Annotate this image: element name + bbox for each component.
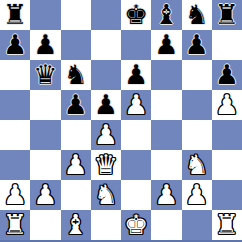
square-c7[interactable] — [61, 30, 91, 60]
piece-white-pawn[interactable]: ♟ — [124, 91, 148, 118]
piece-white-pawn[interactable]: ♟ — [3, 181, 27, 208]
square-d2[interactable]: ♞ — [91, 180, 121, 210]
square-a8[interactable]: ♜ — [0, 0, 30, 30]
piece-white-rook[interactable]: ♜ — [3, 211, 27, 238]
piece-black-pawn[interactable]: ♟ — [64, 91, 88, 118]
square-e1[interactable]: ♚ — [121, 210, 151, 240]
piece-black-rook[interactable]: ♜ — [3, 1, 27, 28]
square-h1[interactable]: ♜ — [212, 210, 242, 240]
square-g5[interactable] — [182, 90, 212, 120]
square-f1[interactable] — [151, 210, 181, 240]
square-b6[interactable]: ♛ — [30, 60, 60, 90]
piece-white-pawn[interactable]: ♟ — [215, 91, 239, 118]
piece-black-bishop[interactable]: ♝ — [154, 1, 178, 28]
square-f8[interactable]: ♝ — [151, 0, 181, 30]
square-a7[interactable]: ♟ — [0, 30, 30, 60]
piece-black-pawn[interactable]: ♟ — [154, 31, 178, 58]
piece-white-pawn[interactable]: ♟ — [64, 151, 88, 178]
square-g7[interactable]: ♟ — [182, 30, 212, 60]
square-e2[interactable] — [121, 180, 151, 210]
square-a1[interactable]: ♜ — [0, 210, 30, 240]
square-g2[interactable]: ♟ — [182, 180, 212, 210]
piece-black-knight[interactable]: ♞ — [64, 61, 88, 88]
piece-white-pawn[interactable]: ♟ — [33, 181, 57, 208]
piece-white-pawn[interactable]: ♟ — [154, 181, 178, 208]
square-b1[interactable] — [30, 210, 60, 240]
piece-white-rook[interactable]: ♜ — [215, 211, 239, 238]
square-b7[interactable]: ♟ — [30, 30, 60, 60]
piece-white-bishop[interactable]: ♝ — [64, 211, 88, 238]
square-f3[interactable] — [151, 150, 181, 180]
square-d5[interactable]: ♟ — [91, 90, 121, 120]
square-b8[interactable] — [30, 0, 60, 30]
square-g1[interactable] — [182, 210, 212, 240]
square-b3[interactable] — [30, 150, 60, 180]
square-f6[interactable] — [151, 60, 181, 90]
square-f7[interactable]: ♟ — [151, 30, 181, 60]
square-g8[interactable]: ♞ — [182, 0, 212, 30]
square-a6[interactable] — [0, 60, 30, 90]
square-d1[interactable] — [91, 210, 121, 240]
square-g4[interactable] — [182, 120, 212, 150]
piece-black-knight[interactable]: ♞ — [185, 1, 209, 28]
piece-black-king[interactable]: ♚ — [124, 1, 148, 28]
square-d4[interactable]: ♟ — [91, 120, 121, 150]
piece-white-pawn[interactable]: ♟ — [185, 181, 209, 208]
square-e8[interactable]: ♚ — [121, 0, 151, 30]
piece-black-pawn[interactable]: ♟ — [124, 61, 148, 88]
square-f5[interactable] — [151, 90, 181, 120]
square-d8[interactable] — [91, 0, 121, 30]
piece-black-pawn[interactable]: ♟ — [94, 91, 118, 118]
square-h4[interactable] — [212, 120, 242, 150]
square-d6[interactable] — [91, 60, 121, 90]
square-c5[interactable]: ♟ — [61, 90, 91, 120]
square-c8[interactable] — [61, 0, 91, 30]
square-b5[interactable] — [30, 90, 60, 120]
piece-black-pawn[interactable]: ♟ — [3, 31, 27, 58]
piece-black-queen[interactable]: ♛ — [33, 61, 57, 88]
chess-board: ♜♚♝♞♜♟♟♟♟♛♞♟♟♟♟♟♟♟♟♛♞♟♟♞♟♟♜♝♚♜ — [0, 0, 242, 242]
square-f4[interactable] — [151, 120, 181, 150]
square-h2[interactable] — [212, 180, 242, 210]
square-c1[interactable]: ♝ — [61, 210, 91, 240]
square-a3[interactable] — [0, 150, 30, 180]
square-a5[interactable] — [0, 90, 30, 120]
square-b2[interactable]: ♟ — [30, 180, 60, 210]
piece-black-pawn[interactable]: ♟ — [33, 31, 57, 58]
square-f2[interactable]: ♟ — [151, 180, 181, 210]
square-a2[interactable]: ♟ — [0, 180, 30, 210]
square-d3[interactable]: ♛ — [91, 150, 121, 180]
piece-white-queen[interactable]: ♛ — [94, 151, 118, 178]
piece-white-pawn[interactable]: ♟ — [94, 121, 118, 148]
square-h6[interactable]: ♟ — [212, 60, 242, 90]
square-c3[interactable]: ♟ — [61, 150, 91, 180]
square-d7[interactable] — [91, 30, 121, 60]
square-h7[interactable] — [212, 30, 242, 60]
square-e3[interactable] — [121, 150, 151, 180]
square-h5[interactable]: ♟ — [212, 90, 242, 120]
square-e5[interactable]: ♟ — [121, 90, 151, 120]
square-h3[interactable] — [212, 150, 242, 180]
square-e7[interactable] — [121, 30, 151, 60]
piece-white-knight[interactable]: ♞ — [185, 151, 209, 178]
square-h8[interactable]: ♜ — [212, 0, 242, 30]
square-b4[interactable] — [30, 120, 60, 150]
square-c6[interactable]: ♞ — [61, 60, 91, 90]
piece-white-king[interactable]: ♚ — [124, 211, 148, 238]
square-e4[interactable] — [121, 120, 151, 150]
square-c2[interactable] — [61, 180, 91, 210]
piece-black-pawn[interactable]: ♟ — [185, 31, 209, 58]
square-g6[interactable] — [182, 60, 212, 90]
square-e6[interactable]: ♟ — [121, 60, 151, 90]
square-g3[interactable]: ♞ — [182, 150, 212, 180]
piece-white-knight[interactable]: ♞ — [94, 181, 118, 208]
piece-black-pawn[interactable]: ♟ — [215, 61, 239, 88]
square-a4[interactable] — [0, 120, 30, 150]
piece-black-rook[interactable]: ♜ — [215, 1, 239, 28]
square-c4[interactable] — [61, 120, 91, 150]
